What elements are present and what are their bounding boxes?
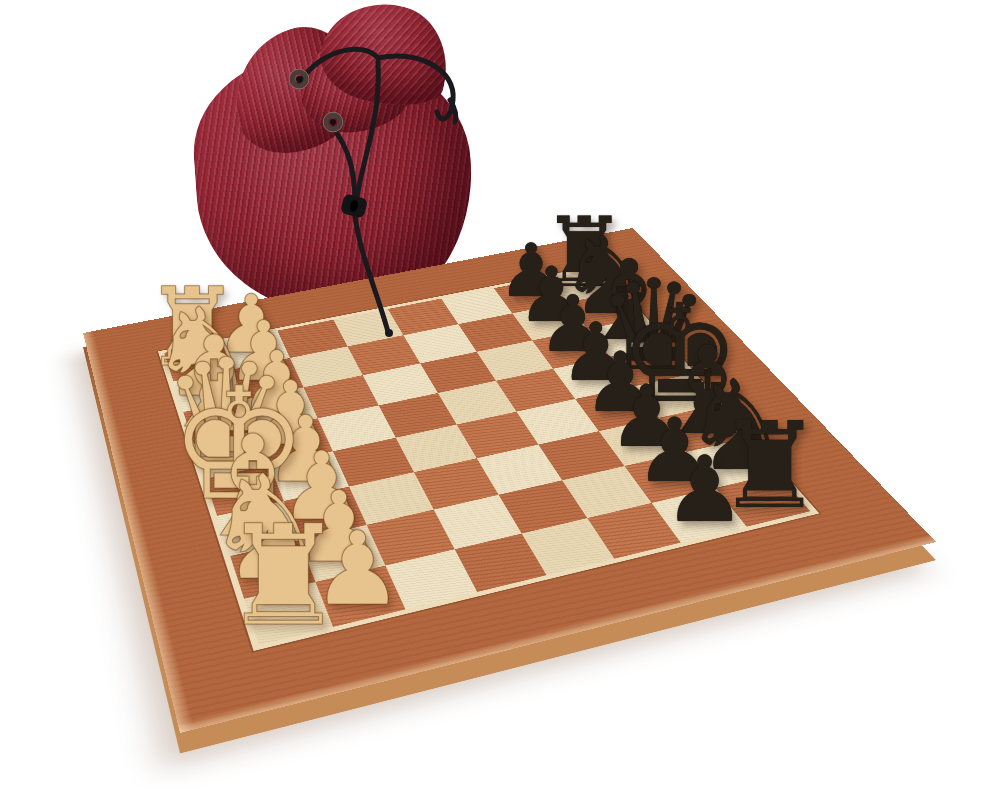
piece-white-rook-h1: ♜ — [221, 507, 345, 646]
piece-layer: ♜♟♞♟♝♟♟♜♛♟♟♞♚♟♟♝♝♟♟♛♞♟♟♚♜♟♟♝♟♞♟♜ — [0, 0, 1000, 800]
photo-stage: ♜♟♞♟♝♟♟♜♛♟♟♞♚♟♟♝♝♟♟♛♞♟♟♚♜♟♟♝♟♞♟♜ — [0, 0, 1000, 800]
piece-black-pawn-h7: ♟ — [664, 444, 746, 535]
